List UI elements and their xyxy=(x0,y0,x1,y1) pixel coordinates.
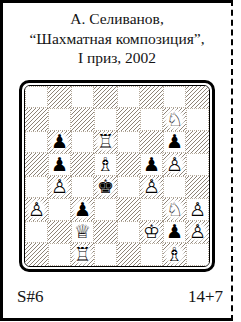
square-c7 xyxy=(71,108,94,131)
piece-white-rook-c1: ♖ xyxy=(71,243,94,266)
piece-white-knight-g3: ♘ xyxy=(163,198,186,221)
square-c2: ♕ xyxy=(71,221,94,244)
square-b8 xyxy=(48,86,71,109)
square-c6 xyxy=(71,131,94,154)
square-a1 xyxy=(25,243,48,266)
piece-white-queen-c2: ♕ xyxy=(71,221,94,244)
diagram-card: А. Селиванов, “Шахматная композиция”, I … xyxy=(0,0,233,321)
board-outer-border: ♘♟♖♟♟♗♟♙♙♚♙♙♟♘♙♕♔♟♙♖♗ xyxy=(19,80,215,272)
square-e3 xyxy=(117,198,140,221)
piece-white-pawn-a3: ♙ xyxy=(25,198,48,221)
square-f5: ♟ xyxy=(140,153,163,176)
square-f2: ♔ xyxy=(140,221,163,244)
square-e4 xyxy=(117,176,140,199)
square-h7 xyxy=(186,108,209,131)
square-h5 xyxy=(186,153,209,176)
square-a2 xyxy=(25,221,48,244)
problem-card-page: А. Селиванов, “Шахматная композиция”, I … xyxy=(0,0,241,322)
square-d4: ♚ xyxy=(94,176,117,199)
stipulation-label: S#6 xyxy=(17,287,43,307)
chess-board-wrapper: ♘♟♖♟♟♗♟♙♙♚♙♙♟♘♙♕♔♟♙♖♗ xyxy=(19,80,215,272)
square-h3: ♙ xyxy=(186,198,209,221)
square-e2 xyxy=(117,221,140,244)
piece-white-pawn-h2: ♙ xyxy=(186,221,209,244)
square-d6: ♖ xyxy=(94,131,117,154)
piece-white-pawn-b4: ♙ xyxy=(48,176,71,199)
piece-white-pawn-g5: ♙ xyxy=(163,153,186,176)
piece-black-pawn-g6: ♟ xyxy=(163,131,186,154)
square-a5 xyxy=(25,153,48,176)
square-d3 xyxy=(94,198,117,221)
square-c5 xyxy=(71,153,94,176)
square-d1 xyxy=(94,243,117,266)
square-c3: ♟ xyxy=(71,198,94,221)
square-a6 xyxy=(25,131,48,154)
problem-header: А. Селиванов, “Шахматная композиция”, I … xyxy=(3,9,231,68)
square-b5: ♟ xyxy=(48,153,71,176)
square-c1: ♖ xyxy=(71,243,94,266)
piece-black-pawn-b6: ♟ xyxy=(48,131,71,154)
square-b6: ♟ xyxy=(48,131,71,154)
square-f1 xyxy=(140,243,163,266)
square-e7 xyxy=(117,108,140,131)
square-e1 xyxy=(117,243,140,266)
square-h8 xyxy=(186,86,209,109)
piece-black-pawn-b5: ♟ xyxy=(48,153,71,176)
square-g5: ♙ xyxy=(163,153,186,176)
square-f8 xyxy=(140,86,163,109)
piece-white-rook-d6: ♖ xyxy=(94,131,117,154)
square-f4: ♙ xyxy=(140,176,163,199)
square-e6 xyxy=(117,131,140,154)
piece-black-king-d4: ♚ xyxy=(94,176,117,199)
square-h2: ♙ xyxy=(186,221,209,244)
material-count-label: 14+7 xyxy=(188,287,223,307)
piece-black-pawn-g2: ♟ xyxy=(163,221,186,244)
square-g7: ♘ xyxy=(163,108,186,131)
piece-white-bishop-g1: ♗ xyxy=(163,243,186,266)
problem-footer: S#6 14+7 xyxy=(17,287,223,307)
piece-white-bishop-d5: ♗ xyxy=(94,153,117,176)
square-h1 xyxy=(186,243,209,266)
piece-white-pawn-f4: ♙ xyxy=(140,176,163,199)
square-d5: ♗ xyxy=(94,153,117,176)
award-line: I приз, 2002 xyxy=(3,48,231,68)
square-a4 xyxy=(25,176,48,199)
chess-board: ♘♟♖♟♟♗♟♙♙♚♙♙♟♘♙♕♔♟♙♖♗ xyxy=(25,86,209,266)
square-a7 xyxy=(25,108,48,131)
square-g6: ♟ xyxy=(163,131,186,154)
square-b7 xyxy=(48,108,71,131)
square-d8 xyxy=(94,86,117,109)
piece-black-pawn-f5: ♟ xyxy=(140,153,163,176)
square-a8 xyxy=(25,86,48,109)
square-c4 xyxy=(71,176,94,199)
piece-white-king-f2: ♔ xyxy=(140,221,163,244)
square-g4 xyxy=(163,176,186,199)
piece-white-knight-g7: ♘ xyxy=(163,108,186,131)
author-line: А. Селиванов, xyxy=(3,9,231,29)
board-inner-border: ♘♟♖♟♟♗♟♙♙♚♙♙♟♘♙♕♔♟♙♖♗ xyxy=(24,85,210,267)
square-b2 xyxy=(48,221,71,244)
square-h4 xyxy=(186,176,209,199)
square-b3 xyxy=(48,198,71,221)
square-g2: ♟ xyxy=(163,221,186,244)
square-b4: ♙ xyxy=(48,176,71,199)
square-a3: ♙ xyxy=(25,198,48,221)
square-g1: ♗ xyxy=(163,243,186,266)
square-b1 xyxy=(48,243,71,266)
square-e5 xyxy=(117,153,140,176)
square-f3 xyxy=(140,198,163,221)
square-g3: ♘ xyxy=(163,198,186,221)
piece-black-pawn-c3: ♟ xyxy=(71,198,94,221)
square-f6 xyxy=(140,131,163,154)
square-h6 xyxy=(186,131,209,154)
square-d2 xyxy=(94,221,117,244)
square-f7 xyxy=(140,108,163,131)
source-line: “Шахматная композиция”, xyxy=(3,29,231,49)
square-e8 xyxy=(117,86,140,109)
square-d7 xyxy=(94,108,117,131)
piece-white-pawn-h3: ♙ xyxy=(186,198,209,221)
square-c8 xyxy=(71,86,94,109)
square-g8 xyxy=(163,86,186,109)
